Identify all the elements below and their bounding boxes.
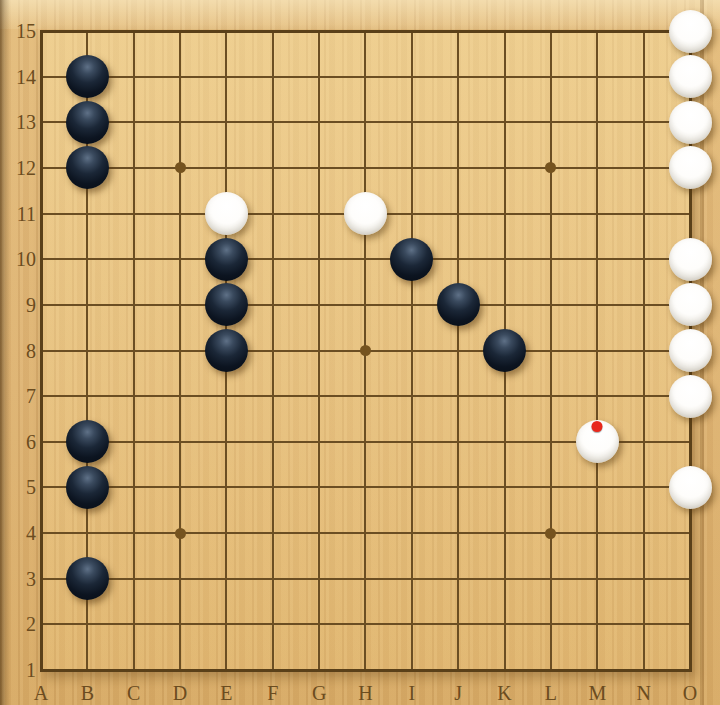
- point-G10[interactable]: [296, 236, 342, 282]
- point-A12[interactable]: [18, 145, 64, 191]
- point-G13[interactable]: [296, 99, 342, 145]
- point-M5[interactable]: [574, 465, 620, 511]
- point-O10[interactable]: [667, 236, 713, 282]
- point-I9[interactable]: [389, 282, 435, 328]
- point-M8[interactable]: [574, 328, 620, 374]
- point-N8[interactable]: [620, 328, 666, 374]
- point-O11[interactable]: [667, 191, 713, 237]
- white-stone-O9: [669, 283, 712, 326]
- point-I8[interactable]: [389, 328, 435, 374]
- point-B9[interactable]: [64, 282, 110, 328]
- point-O8[interactable]: [667, 328, 713, 374]
- point-G2[interactable]: [296, 602, 342, 648]
- point-G3[interactable]: [296, 556, 342, 602]
- point-D10[interactable]: [157, 236, 203, 282]
- point-N9[interactable]: [620, 282, 666, 328]
- black-stone-E9: [205, 283, 248, 326]
- point-J12[interactable]: [435, 145, 481, 191]
- point-K15[interactable]: [481, 8, 527, 54]
- point-J10[interactable]: [435, 236, 481, 282]
- black-stone-K8: [483, 329, 526, 372]
- point-F11[interactable]: [250, 191, 296, 237]
- point-L14[interactable]: [528, 54, 574, 100]
- point-K8[interactable]: [481, 328, 527, 374]
- white-stone-E11: [205, 192, 248, 235]
- point-O4[interactable]: [667, 510, 713, 556]
- point-G4[interactable]: [296, 510, 342, 556]
- point-E1[interactable]: [203, 647, 249, 693]
- point-J14[interactable]: [435, 54, 481, 100]
- point-E15[interactable]: [203, 8, 249, 54]
- point-L8[interactable]: [528, 328, 574, 374]
- point-M10[interactable]: [574, 236, 620, 282]
- point-F9[interactable]: [250, 282, 296, 328]
- point-J6[interactable]: [435, 419, 481, 465]
- point-A5[interactable]: [18, 465, 64, 511]
- point-I13[interactable]: [389, 99, 435, 145]
- point-F5[interactable]: [250, 465, 296, 511]
- point-G5[interactable]: [296, 465, 342, 511]
- point-J4[interactable]: [435, 510, 481, 556]
- point-M7[interactable]: [574, 373, 620, 419]
- point-K4[interactable]: [481, 510, 527, 556]
- point-C12[interactable]: [111, 145, 157, 191]
- point-F13[interactable]: [250, 99, 296, 145]
- point-K6[interactable]: [481, 419, 527, 465]
- point-O14[interactable]: [667, 54, 713, 100]
- point-M11[interactable]: [574, 191, 620, 237]
- point-E12[interactable]: [203, 145, 249, 191]
- point-L2[interactable]: [528, 602, 574, 648]
- point-I10[interactable]: [389, 236, 435, 282]
- point-N1[interactable]: [620, 647, 666, 693]
- point-E3[interactable]: [203, 556, 249, 602]
- point-B11[interactable]: [64, 191, 110, 237]
- point-H6[interactable]: [342, 419, 388, 465]
- point-L4[interactable]: [528, 510, 574, 556]
- point-N11[interactable]: [620, 191, 666, 237]
- point-L13[interactable]: [528, 99, 574, 145]
- point-B3[interactable]: [64, 556, 110, 602]
- point-L12[interactable]: [528, 145, 574, 191]
- point-I6[interactable]: [389, 419, 435, 465]
- black-stone-B3: [66, 557, 109, 600]
- black-stone-B14: [66, 55, 109, 98]
- point-C3[interactable]: [111, 556, 157, 602]
- point-C1[interactable]: [111, 647, 157, 693]
- point-C9[interactable]: [111, 282, 157, 328]
- point-A2[interactable]: [18, 602, 64, 648]
- point-G11[interactable]: [296, 191, 342, 237]
- point-L1[interactable]: [528, 647, 574, 693]
- point-L7[interactable]: [528, 373, 574, 419]
- point-N12[interactable]: [620, 145, 666, 191]
- point-D3[interactable]: [157, 556, 203, 602]
- point-H15[interactable]: [342, 8, 388, 54]
- point-M1[interactable]: [574, 647, 620, 693]
- point-J15[interactable]: [435, 8, 481, 54]
- point-N15[interactable]: [620, 8, 666, 54]
- point-E11[interactable]: [203, 191, 249, 237]
- point-C2[interactable]: [111, 602, 157, 648]
- point-E9[interactable]: [203, 282, 249, 328]
- black-stone-B6: [66, 420, 109, 463]
- black-stone-B13: [66, 101, 109, 144]
- point-B7[interactable]: [64, 373, 110, 419]
- point-J7[interactable]: [435, 373, 481, 419]
- point-D5[interactable]: [157, 465, 203, 511]
- point-K11[interactable]: [481, 191, 527, 237]
- point-O6[interactable]: [667, 419, 713, 465]
- point-C4[interactable]: [111, 510, 157, 556]
- point-I12[interactable]: [389, 145, 435, 191]
- point-H11[interactable]: [342, 191, 388, 237]
- white-stone-O12: [669, 146, 712, 189]
- point-F14[interactable]: [250, 54, 296, 100]
- point-C15[interactable]: [111, 8, 157, 54]
- point-A11[interactable]: [18, 191, 64, 237]
- point-C8[interactable]: [111, 328, 157, 374]
- point-N6[interactable]: [620, 419, 666, 465]
- point-N13[interactable]: [620, 99, 666, 145]
- point-I4[interactable]: [389, 510, 435, 556]
- white-stone-M6: [576, 420, 619, 463]
- point-E7[interactable]: [203, 373, 249, 419]
- point-M14[interactable]: [574, 54, 620, 100]
- point-M13[interactable]: [574, 99, 620, 145]
- point-H4[interactable]: [342, 510, 388, 556]
- go-board-screen: 151413121110987654321 ABCDEFGHIJKLMNO: [0, 0, 720, 705]
- point-M6[interactable]: [574, 419, 620, 465]
- last-move-marker: [592, 421, 603, 432]
- point-B4[interactable]: [64, 510, 110, 556]
- black-stone-B12: [66, 146, 109, 189]
- point-E4[interactable]: [203, 510, 249, 556]
- white-stone-O7: [669, 375, 712, 418]
- point-G8[interactable]: [296, 328, 342, 374]
- point-O7[interactable]: [667, 373, 713, 419]
- point-C5[interactable]: [111, 465, 157, 511]
- point-H9[interactable]: [342, 282, 388, 328]
- point-O1[interactable]: [667, 647, 713, 693]
- point-M12[interactable]: [574, 145, 620, 191]
- black-stone-E8: [205, 329, 248, 372]
- point-N3[interactable]: [620, 556, 666, 602]
- point-G7[interactable]: [296, 373, 342, 419]
- point-O2[interactable]: [667, 602, 713, 648]
- point-A4[interactable]: [18, 510, 64, 556]
- point-F15[interactable]: [250, 8, 296, 54]
- point-L3[interactable]: [528, 556, 574, 602]
- point-J8[interactable]: [435, 328, 481, 374]
- point-B1[interactable]: [64, 647, 110, 693]
- point-D4[interactable]: [157, 510, 203, 556]
- point-K5[interactable]: [481, 465, 527, 511]
- point-K3[interactable]: [481, 556, 527, 602]
- point-I2[interactable]: [389, 602, 435, 648]
- point-E6[interactable]: [203, 419, 249, 465]
- point-F4[interactable]: [250, 510, 296, 556]
- point-K2[interactable]: [481, 602, 527, 648]
- point-N2[interactable]: [620, 602, 666, 648]
- point-O5[interactable]: [667, 465, 713, 511]
- point-I15[interactable]: [389, 8, 435, 54]
- point-D14[interactable]: [157, 54, 203, 100]
- point-K1[interactable]: [481, 647, 527, 693]
- point-J5[interactable]: [435, 465, 481, 511]
- point-N14[interactable]: [620, 54, 666, 100]
- point-G14[interactable]: [296, 54, 342, 100]
- point-E13[interactable]: [203, 99, 249, 145]
- point-B6[interactable]: [64, 419, 110, 465]
- point-J13[interactable]: [435, 99, 481, 145]
- image-left-edge-shadow: [0, 0, 10, 705]
- point-L11[interactable]: [528, 191, 574, 237]
- point-J1[interactable]: [435, 647, 481, 693]
- point-B10[interactable]: [64, 236, 110, 282]
- point-D2[interactable]: [157, 602, 203, 648]
- board-grid[interactable]: [18, 8, 713, 693]
- point-L5[interactable]: [528, 465, 574, 511]
- point-J11[interactable]: [435, 191, 481, 237]
- point-O3[interactable]: [667, 556, 713, 602]
- point-L9[interactable]: [528, 282, 574, 328]
- point-F3[interactable]: [250, 556, 296, 602]
- point-G9[interactable]: [296, 282, 342, 328]
- white-stone-O15: [669, 10, 712, 53]
- point-O9[interactable]: [667, 282, 713, 328]
- white-stone-O10: [669, 238, 712, 281]
- point-C13[interactable]: [111, 99, 157, 145]
- point-E10[interactable]: [203, 236, 249, 282]
- point-C6[interactable]: [111, 419, 157, 465]
- point-H5[interactable]: [342, 465, 388, 511]
- point-H14[interactable]: [342, 54, 388, 100]
- point-B5[interactable]: [64, 465, 110, 511]
- point-E14[interactable]: [203, 54, 249, 100]
- white-stone-O5: [669, 466, 712, 509]
- point-I1[interactable]: [389, 647, 435, 693]
- point-D7[interactable]: [157, 373, 203, 419]
- white-stone-O8: [669, 329, 712, 372]
- point-A1[interactable]: [18, 647, 64, 693]
- point-J9[interactable]: [435, 282, 481, 328]
- point-H13[interactable]: [342, 99, 388, 145]
- point-F12[interactable]: [250, 145, 296, 191]
- point-C10[interactable]: [111, 236, 157, 282]
- point-D6[interactable]: [157, 419, 203, 465]
- point-K13[interactable]: [481, 99, 527, 145]
- point-F7[interactable]: [250, 373, 296, 419]
- point-D12[interactable]: [157, 145, 203, 191]
- point-M2[interactable]: [574, 602, 620, 648]
- point-B8[interactable]: [64, 328, 110, 374]
- point-C7[interactable]: [111, 373, 157, 419]
- point-M9[interactable]: [574, 282, 620, 328]
- point-N10[interactable]: [620, 236, 666, 282]
- point-K14[interactable]: [481, 54, 527, 100]
- point-K12[interactable]: [481, 145, 527, 191]
- point-D15[interactable]: [157, 8, 203, 54]
- point-C11[interactable]: [111, 191, 157, 237]
- white-stone-O13: [669, 101, 712, 144]
- point-O15[interactable]: [667, 8, 713, 54]
- point-E8[interactable]: [203, 328, 249, 374]
- point-I3[interactable]: [389, 556, 435, 602]
- point-O13[interactable]: [667, 99, 713, 145]
- point-L6[interactable]: [528, 419, 574, 465]
- point-H12[interactable]: [342, 145, 388, 191]
- point-O12[interactable]: [667, 145, 713, 191]
- point-L10[interactable]: [528, 236, 574, 282]
- point-K7[interactable]: [481, 373, 527, 419]
- point-F2[interactable]: [250, 602, 296, 648]
- point-F1[interactable]: [250, 647, 296, 693]
- point-I11[interactable]: [389, 191, 435, 237]
- point-K10[interactable]: [481, 236, 527, 282]
- point-D9[interactable]: [157, 282, 203, 328]
- point-D13[interactable]: [157, 99, 203, 145]
- point-H1[interactable]: [342, 647, 388, 693]
- point-J3[interactable]: [435, 556, 481, 602]
- point-D11[interactable]: [157, 191, 203, 237]
- point-E5[interactable]: [203, 465, 249, 511]
- point-K9[interactable]: [481, 282, 527, 328]
- black-stone-B5: [66, 466, 109, 509]
- point-L15[interactable]: [528, 8, 574, 54]
- point-E2[interactable]: [203, 602, 249, 648]
- black-stone-I10: [390, 238, 433, 281]
- point-B2[interactable]: [64, 602, 110, 648]
- point-H10[interactable]: [342, 236, 388, 282]
- point-D1[interactable]: [157, 647, 203, 693]
- point-A6[interactable]: [18, 419, 64, 465]
- point-G12[interactable]: [296, 145, 342, 191]
- point-H7[interactable]: [342, 373, 388, 419]
- point-A14[interactable]: [18, 54, 64, 100]
- point-F8[interactable]: [250, 328, 296, 374]
- point-G1[interactable]: [296, 647, 342, 693]
- point-A15[interactable]: [18, 8, 64, 54]
- point-H2[interactable]: [342, 602, 388, 648]
- point-A3[interactable]: [18, 556, 64, 602]
- black-stone-J9: [437, 283, 480, 326]
- point-N7[interactable]: [620, 373, 666, 419]
- point-I5[interactable]: [389, 465, 435, 511]
- point-N4[interactable]: [620, 510, 666, 556]
- point-N5[interactable]: [620, 465, 666, 511]
- white-stone-O14: [669, 55, 712, 98]
- point-F10[interactable]: [250, 236, 296, 282]
- point-I14[interactable]: [389, 54, 435, 100]
- point-F6[interactable]: [250, 419, 296, 465]
- white-stone-H11: [344, 192, 387, 235]
- point-B12[interactable]: [64, 145, 110, 191]
- black-stone-E10: [205, 238, 248, 281]
- point-A9[interactable]: [18, 282, 64, 328]
- point-H8[interactable]: [342, 328, 388, 374]
- point-I7[interactable]: [389, 373, 435, 419]
- point-M15[interactable]: [574, 8, 620, 54]
- point-A10[interactable]: [18, 236, 64, 282]
- point-G15[interactable]: [296, 8, 342, 54]
- point-B15[interactable]: [64, 8, 110, 54]
- point-A7[interactable]: [18, 373, 64, 419]
- point-M3[interactable]: [574, 556, 620, 602]
- point-A13[interactable]: [18, 99, 64, 145]
- point-C14[interactable]: [111, 54, 157, 100]
- point-H3[interactable]: [342, 556, 388, 602]
- point-B13[interactable]: [64, 99, 110, 145]
- point-J2[interactable]: [435, 602, 481, 648]
- point-M4[interactable]: [574, 510, 620, 556]
- point-G6[interactable]: [296, 419, 342, 465]
- point-B14[interactable]: [64, 54, 110, 100]
- point-A8[interactable]: [18, 328, 64, 374]
- point-D8[interactable]: [157, 328, 203, 374]
